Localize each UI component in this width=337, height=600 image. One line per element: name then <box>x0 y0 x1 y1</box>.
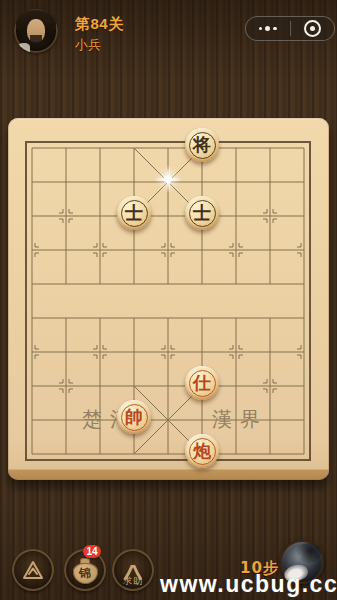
bag-count-badge: 14 <box>83 545 101 558</box>
piece-red-cannon[interactable]: 炮 <box>185 434 219 468</box>
river-label-han: 漢界 <box>212 409 268 429</box>
ask-help-button[interactable]: 求助 <box>112 549 154 591</box>
player-avatar[interactable] <box>14 9 58 53</box>
chevron-up-icon <box>21 560 45 580</box>
board-grid <box>8 118 329 474</box>
level-label: 第84关 <box>75 15 124 34</box>
exit-target-icon <box>304 20 321 37</box>
piece-red-advisor[interactable]: 仕 <box>185 366 219 400</box>
rank-label: 小兵 <box>75 36 101 54</box>
avatar-beard <box>30 35 42 44</box>
more-options-button[interactable] <box>246 17 290 40</box>
exit-button[interactable] <box>291 17 335 40</box>
avatar-collar <box>17 43 30 53</box>
watermark: www.ucbug.cc <box>160 571 337 598</box>
money-bag-icon: 锦 <box>73 563 98 584</box>
piece-red-general[interactable]: 帥 <box>117 400 151 434</box>
xiangqi-app-screen: 第84关 小兵 楚河 漢界 将士士仕帥炮 锦 14 求助 <box>0 0 337 600</box>
bag-character: 锦 <box>79 565 91 582</box>
piece-black-advisor-right[interactable]: 士 <box>185 196 219 230</box>
xiangqi-board[interactable]: 楚河 漢界 <box>8 118 329 480</box>
help-label: 求助 <box>112 575 154 588</box>
piece-black-advisor-left[interactable]: 士 <box>117 196 151 230</box>
menu-dots-icon <box>259 26 277 31</box>
bag-knot <box>80 558 90 564</box>
piece-black-general[interactable]: 将 <box>185 128 219 162</box>
miniprogram-capsule <box>245 16 335 41</box>
collapse-button[interactable] <box>12 549 54 591</box>
